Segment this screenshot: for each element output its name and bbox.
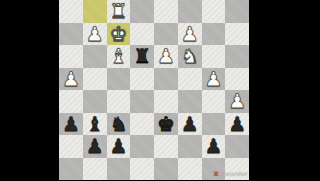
square-h6[interactable]: ♟ bbox=[59, 113, 83, 136]
square-c4[interactable] bbox=[178, 68, 202, 91]
square-h2[interactable] bbox=[59, 23, 83, 46]
square-c7[interactable] bbox=[178, 135, 202, 158]
square-f3[interactable]: ♝ bbox=[107, 45, 131, 68]
square-g5[interactable] bbox=[83, 90, 107, 113]
square-b6[interactable] bbox=[202, 113, 226, 136]
square-b1[interactable] bbox=[202, 0, 226, 23]
square-h4[interactable]: ♟ bbox=[59, 68, 83, 91]
square-g2[interactable]: ♟ bbox=[83, 23, 107, 46]
square-f4[interactable] bbox=[107, 68, 131, 91]
video-frame: ♜♟♚♟♝♜♟♞♟♟♟♟♝♞♚♟♟♟♟♟ XRecorder bbox=[0, 0, 320, 180]
piece-white-pawn[interactable]: ♟ bbox=[59, 68, 83, 91]
piece-black-pawn[interactable]: ♟ bbox=[107, 135, 131, 158]
piece-black-pawn[interactable]: ♟ bbox=[202, 135, 226, 158]
square-h5[interactable] bbox=[59, 90, 83, 113]
screen-recorder-watermark: XRecorder bbox=[214, 170, 248, 177]
square-e4[interactable] bbox=[130, 68, 154, 91]
square-a7[interactable] bbox=[225, 135, 249, 158]
watermark-label: Recorder bbox=[219, 170, 248, 177]
square-b2[interactable] bbox=[202, 23, 226, 46]
square-e5[interactable] bbox=[130, 90, 154, 113]
square-f6[interactable]: ♞ bbox=[107, 113, 131, 136]
square-a1[interactable] bbox=[225, 0, 249, 23]
square-d8[interactable] bbox=[154, 158, 178, 181]
piece-white-rook[interactable]: ♜ bbox=[107, 0, 131, 23]
square-a3[interactable] bbox=[225, 45, 249, 68]
piece-white-pawn[interactable]: ♟ bbox=[225, 90, 249, 113]
square-e3[interactable]: ♜ bbox=[130, 45, 154, 68]
piece-black-bishop[interactable]: ♝ bbox=[83, 113, 107, 136]
chess-board[interactable]: ♜♟♚♟♝♜♟♞♟♟♟♟♝♞♚♟♟♟♟♟ bbox=[59, 0, 249, 180]
square-d7[interactable] bbox=[154, 135, 178, 158]
square-f1[interactable]: ♜ bbox=[107, 0, 131, 23]
square-d5[interactable] bbox=[154, 90, 178, 113]
square-b4[interactable]: ♟ bbox=[202, 68, 226, 91]
square-f2[interactable]: ♚ bbox=[107, 23, 131, 46]
piece-white-bishop[interactable]: ♝ bbox=[107, 45, 131, 68]
piece-black-knight[interactable]: ♞ bbox=[107, 113, 131, 136]
square-b7[interactable]: ♟ bbox=[202, 135, 226, 158]
piece-black-rook[interactable]: ♜ bbox=[130, 45, 154, 68]
piece-black-pawn[interactable]: ♟ bbox=[83, 135, 107, 158]
piece-black-king[interactable]: ♚ bbox=[154, 113, 178, 136]
square-e8[interactable] bbox=[130, 158, 154, 181]
square-d2[interactable] bbox=[154, 23, 178, 46]
square-c6[interactable]: ♟ bbox=[178, 113, 202, 136]
piece-black-pawn[interactable]: ♟ bbox=[59, 113, 83, 136]
letterbox-left bbox=[0, 0, 59, 180]
square-e1[interactable] bbox=[130, 0, 154, 23]
square-c2[interactable]: ♟ bbox=[178, 23, 202, 46]
square-c1[interactable] bbox=[178, 0, 202, 23]
square-d3[interactable]: ♟ bbox=[154, 45, 178, 68]
piece-black-pawn[interactable]: ♟ bbox=[225, 113, 249, 136]
square-g7[interactable]: ♟ bbox=[83, 135, 107, 158]
square-d4[interactable] bbox=[154, 68, 178, 91]
square-g4[interactable] bbox=[83, 68, 107, 91]
square-g8[interactable] bbox=[83, 158, 107, 181]
square-g3[interactable] bbox=[83, 45, 107, 68]
letterbox-right bbox=[249, 0, 320, 180]
piece-white-knight[interactable]: ♞ bbox=[178, 45, 202, 68]
piece-black-pawn[interactable]: ♟ bbox=[178, 113, 202, 136]
square-g1[interactable] bbox=[83, 0, 107, 23]
square-e6[interactable] bbox=[130, 113, 154, 136]
piece-white-king[interactable]: ♚ bbox=[107, 23, 131, 46]
square-b5[interactable] bbox=[202, 90, 226, 113]
square-d1[interactable] bbox=[154, 0, 178, 23]
square-h1[interactable] bbox=[59, 0, 83, 23]
square-g6[interactable]: ♝ bbox=[83, 113, 107, 136]
square-a5[interactable]: ♟ bbox=[225, 90, 249, 113]
piece-white-pawn[interactable]: ♟ bbox=[178, 23, 202, 46]
square-f5[interactable] bbox=[107, 90, 131, 113]
square-a6[interactable]: ♟ bbox=[225, 113, 249, 136]
square-a2[interactable] bbox=[225, 23, 249, 46]
piece-white-pawn[interactable]: ♟ bbox=[202, 68, 226, 91]
piece-white-pawn[interactable]: ♟ bbox=[154, 45, 178, 68]
square-c8[interactable] bbox=[178, 158, 202, 181]
square-h7[interactable] bbox=[59, 135, 83, 158]
piece-white-pawn[interactable]: ♟ bbox=[83, 23, 107, 46]
square-c5[interactable] bbox=[178, 90, 202, 113]
square-e7[interactable] bbox=[130, 135, 154, 158]
square-a4[interactable] bbox=[225, 68, 249, 91]
square-f7[interactable]: ♟ bbox=[107, 135, 131, 158]
square-d6[interactable]: ♚ bbox=[154, 113, 178, 136]
square-h3[interactable] bbox=[59, 45, 83, 68]
square-b3[interactable] bbox=[202, 45, 226, 68]
square-c3[interactable]: ♞ bbox=[178, 45, 202, 68]
square-f8[interactable] bbox=[107, 158, 131, 181]
square-h8[interactable] bbox=[59, 158, 83, 181]
square-e2[interactable] bbox=[130, 23, 154, 46]
